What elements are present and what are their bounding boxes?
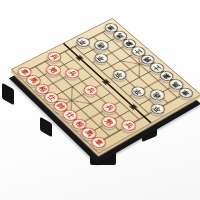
piece-red-cannon: 炮 — [43, 63, 63, 77]
piece-red-soldier: 兵 — [80, 83, 101, 98]
piece-black-soldier: 卒 — [128, 84, 149, 99]
xiangqi-board: 車馬象士將士象馬車砲砲卒卒卒卒卒兵兵兵兵兵炮炮車馬相仕帥仕相馬車 — [11, 18, 200, 154]
piece-black-cannon: 砲 — [92, 38, 112, 52]
piece-red-soldier: 兵 — [99, 100, 120, 115]
product-photo: 車馬象士將士象馬車砲砲卒卒卒卒卒兵兵兵兵兵炮炮車馬相仕帥仕相馬車 — [0, 0, 200, 200]
piece-red-soldier: 兵 — [62, 66, 82, 80]
base-foot — [40, 117, 52, 137]
piece-black-cannon: 砲 — [147, 87, 168, 102]
piece-black-soldier: 卒 — [109, 68, 129, 82]
piece-black-soldier: 卒 — [91, 51, 111, 65]
piece-red-cannon: 炮 — [99, 114, 120, 129]
base-foot — [2, 83, 14, 105]
